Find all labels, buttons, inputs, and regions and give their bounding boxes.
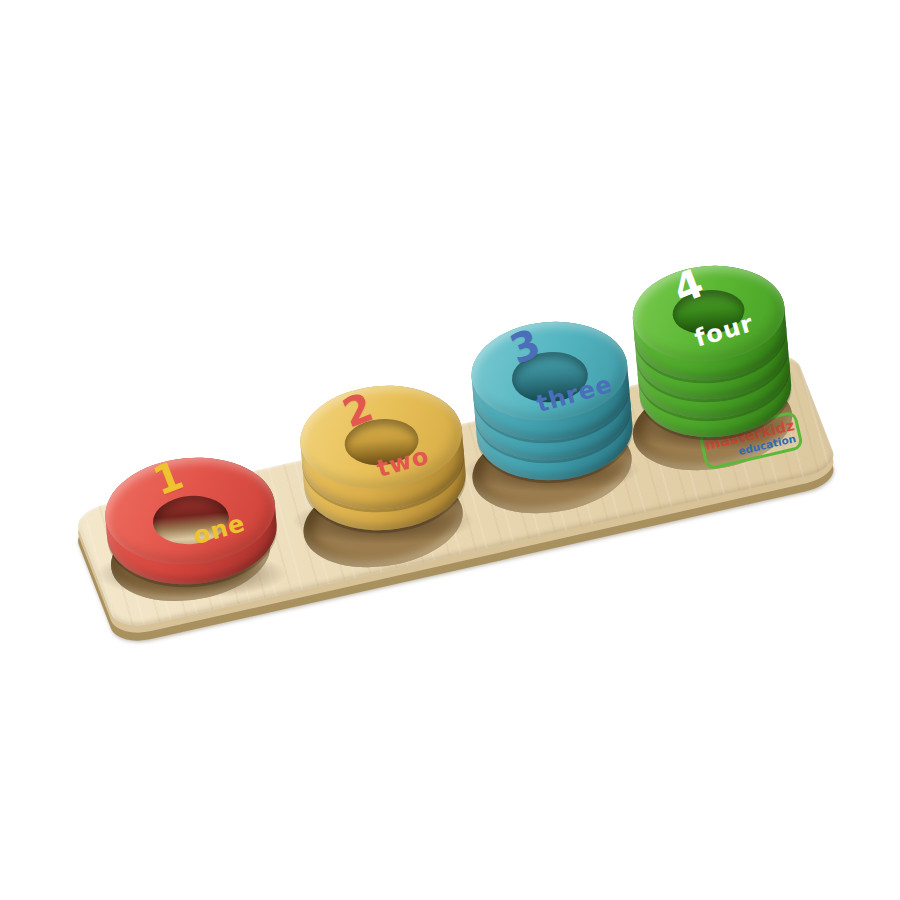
ring-number-label: 3 <box>505 322 545 369</box>
ring-stack-three[interactable]: 3 three <box>467 316 636 487</box>
ring-number-label: 4 <box>668 262 708 309</box>
ring-number-label: 1 <box>148 454 188 501</box>
ring-number-label: 2 <box>337 386 377 433</box>
ring-stack-four[interactable]: 4 four <box>629 260 795 444</box>
ring-stack-two[interactable]: 2 two <box>296 379 470 537</box>
product-photo-canvas: masterkidz education 1 one 2 two 3 three <box>0 0 900 900</box>
ring-stack-one[interactable]: 1 one <box>101 451 281 591</box>
